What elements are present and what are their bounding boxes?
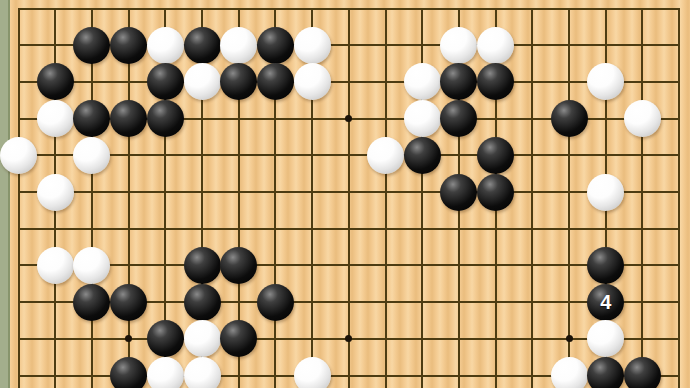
black-stone[interactable]	[551, 100, 588, 137]
black-stone[interactable]	[110, 357, 147, 388]
black-stone[interactable]	[110, 27, 147, 64]
black-stone[interactable]	[184, 27, 221, 64]
black-stone[interactable]	[477, 137, 514, 174]
black-stone[interactable]	[440, 174, 477, 211]
grid-line-horizontal	[18, 228, 681, 230]
grid-line-horizontal	[18, 264, 681, 266]
white-stone[interactable]	[37, 100, 74, 137]
black-stone[interactable]	[37, 63, 74, 100]
white-stone[interactable]	[294, 27, 331, 64]
grid-line-vertical	[128, 8, 130, 388]
black-stone[interactable]	[257, 284, 294, 321]
black-stone[interactable]	[147, 63, 184, 100]
black-stone[interactable]: 4	[587, 284, 624, 321]
grid-line-horizontal	[18, 154, 681, 156]
grid-line-horizontal	[18, 191, 681, 193]
black-stone[interactable]	[147, 320, 184, 357]
white-stone[interactable]	[294, 63, 331, 100]
grid-line-horizontal	[18, 8, 681, 10]
white-stone[interactable]	[37, 174, 74, 211]
star-point	[566, 335, 573, 342]
white-stone[interactable]	[184, 320, 221, 357]
grid-line-vertical	[348, 8, 350, 388]
white-stone[interactable]	[477, 27, 514, 64]
white-stone[interactable]	[73, 247, 110, 284]
black-stone[interactable]	[257, 63, 294, 100]
white-stone[interactable]	[404, 63, 441, 100]
white-stone[interactable]	[73, 137, 110, 174]
grid-line-vertical	[91, 8, 93, 388]
black-stone[interactable]	[587, 357, 624, 388]
white-stone[interactable]	[440, 27, 477, 64]
black-stone[interactable]	[110, 284, 147, 321]
white-stone[interactable]	[184, 357, 221, 388]
black-stone[interactable]	[73, 27, 110, 64]
grid-line-vertical	[678, 8, 680, 388]
grid-line-vertical	[568, 8, 570, 388]
black-stone[interactable]	[477, 174, 514, 211]
white-stone[interactable]	[294, 357, 331, 388]
black-stone[interactable]	[73, 284, 110, 321]
grid-line-vertical	[18, 8, 20, 388]
grid-line-vertical	[531, 8, 533, 388]
white-stone[interactable]	[587, 174, 624, 211]
black-stone[interactable]	[184, 284, 221, 321]
black-stone[interactable]	[587, 247, 624, 284]
grid-line-horizontal	[18, 81, 681, 83]
black-stone[interactable]	[404, 137, 441, 174]
white-stone[interactable]	[147, 357, 184, 388]
white-stone[interactable]	[551, 357, 588, 388]
white-stone[interactable]	[220, 27, 257, 64]
screenshot-root: 4	[0, 0, 690, 388]
white-stone[interactable]	[624, 100, 661, 137]
white-stone[interactable]	[404, 100, 441, 137]
black-stone[interactable]	[184, 247, 221, 284]
grid-line-vertical	[385, 8, 387, 388]
white-stone[interactable]	[147, 27, 184, 64]
white-stone[interactable]	[184, 63, 221, 100]
black-stone[interactable]	[257, 27, 294, 64]
white-stone[interactable]	[37, 247, 74, 284]
white-stone[interactable]	[0, 137, 37, 174]
black-stone[interactable]	[624, 357, 661, 388]
move-number-label: 4	[600, 292, 611, 312]
black-stone[interactable]	[147, 100, 184, 137]
white-stone[interactable]	[367, 137, 404, 174]
page-background-strip	[0, 0, 10, 388]
black-stone[interactable]	[110, 100, 147, 137]
black-stone[interactable]	[220, 247, 257, 284]
grid-line-vertical	[641, 8, 643, 388]
